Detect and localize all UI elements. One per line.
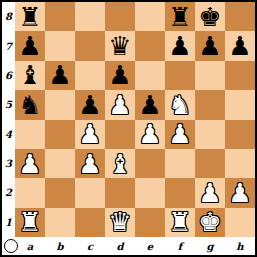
rank-label-8: 8 [2,2,15,31]
square-e2[interactable] [135,178,165,207]
square-g2[interactable]: ♟ [195,178,225,207]
rank-label-6: 6 [2,61,15,90]
file-label-h: h [225,237,255,255]
square-f4[interactable]: ♟ [165,120,195,149]
square-c8[interactable] [75,2,105,31]
white-king-piece[interactable]: ♚ [198,209,221,235]
file-label-b: b [45,237,75,255]
black-queen-piece[interactable]: ♛ [108,33,131,59]
rank-label-7: 7 [2,31,15,60]
file-label-f: f [165,237,195,255]
square-e4[interactable]: ♟ [135,120,165,149]
square-g5[interactable] [195,90,225,119]
rank-label-4: 4 [2,120,15,149]
square-f8[interactable]: ♜ [165,2,195,31]
square-h6[interactable] [225,61,255,90]
file-label-g: g [195,237,225,255]
square-f5[interactable]: ♞ [165,90,195,119]
square-a1[interactable]: ♜ [15,208,45,237]
square-h5[interactable] [225,90,255,119]
white-bishop-piece[interactable]: ♝ [108,151,131,177]
square-c4[interactable]: ♟ [75,120,105,149]
square-e7[interactable] [135,31,165,60]
square-g3[interactable] [195,149,225,178]
square-f3[interactable] [165,149,195,178]
rank-label-3: 3 [2,149,15,178]
square-g6[interactable] [195,61,225,90]
square-g4[interactable] [195,120,225,149]
square-h2[interactable]: ♟ [225,178,255,207]
square-b6[interactable]: ♟ [45,61,75,90]
white-pawn-piece[interactable]: ♟ [78,121,101,147]
white-rook-piece[interactable]: ♜ [168,209,191,235]
rank-label-5: 5 [2,90,15,119]
file-label-d: d [105,237,135,255]
square-b1[interactable] [45,208,75,237]
square-c7[interactable] [75,31,105,60]
white-pawn-piece[interactable]: ♟ [168,121,191,147]
rank-label-1: 1 [2,208,15,237]
white-pawn-piece[interactable]: ♟ [18,151,41,177]
white-pawn-piece[interactable]: ♟ [138,121,161,147]
square-d4[interactable] [105,120,135,149]
square-f2[interactable] [165,178,195,207]
white-pawn-piece[interactable]: ♟ [78,151,101,177]
square-e8[interactable] [135,2,165,31]
black-rook-piece[interactable]: ♜ [18,4,41,30]
square-b7[interactable] [45,31,75,60]
square-a6[interactable]: ♝ [15,61,45,90]
chess-board[interactable]: ♜♜♚♟♛♟♟♟♝♟♟♞♟♟♟♞♟♟♟♟♟♝♟♟♜♛♜♚ [15,2,255,237]
square-a4[interactable] [15,120,45,149]
file-labels: abcdefgh [15,237,255,255]
black-rook-piece[interactable]: ♜ [168,4,191,30]
square-f7[interactable]: ♟ [165,31,195,60]
square-h7[interactable]: ♟ [225,31,255,60]
square-e1[interactable] [135,208,165,237]
square-h4[interactable] [225,120,255,149]
square-d5[interactable]: ♟ [105,90,135,119]
black-bishop-piece[interactable]: ♝ [18,62,41,88]
black-knight-piece[interactable]: ♞ [18,92,41,118]
rank-labels: 87654321 [2,2,15,237]
file-label-a: a [15,237,45,255]
square-e5[interactable]: ♟ [135,90,165,119]
square-g1[interactable]: ♚ [195,208,225,237]
square-f6[interactable] [165,61,195,90]
black-pawn-piece[interactable]: ♟ [48,62,71,88]
file-label-e: e [135,237,165,255]
square-c3[interactable]: ♟ [75,149,105,178]
square-h3[interactable] [225,149,255,178]
black-pawn-piece[interactable]: ♟ [18,33,41,59]
file-label-c: c [75,237,105,255]
square-c6[interactable] [75,61,105,90]
square-d8[interactable] [105,2,135,31]
square-c5[interactable]: ♟ [75,90,105,119]
black-pawn-piece[interactable]: ♟ [78,92,101,118]
square-b8[interactable] [45,2,75,31]
square-g8[interactable]: ♚ [195,2,225,31]
square-e3[interactable] [135,149,165,178]
white-to-move-indicator [4,239,18,253]
white-knight-piece[interactable]: ♞ [168,92,191,118]
square-d6[interactable]: ♟ [105,61,135,90]
square-d2[interactable] [105,178,135,207]
square-a7[interactable]: ♟ [15,31,45,60]
black-pawn-piece[interactable]: ♟ [138,92,161,118]
black-pawn-piece[interactable]: ♟ [198,33,221,59]
white-queen-piece[interactable]: ♛ [108,209,131,235]
square-h8[interactable] [225,2,255,31]
square-d7[interactable]: ♛ [105,31,135,60]
square-c2[interactable] [75,178,105,207]
white-pawn-piece[interactable]: ♟ [198,180,221,206]
square-g7[interactable]: ♟ [195,31,225,60]
square-b3[interactable] [45,149,75,178]
square-d1[interactable]: ♛ [105,208,135,237]
square-b2[interactable] [45,178,75,207]
square-e6[interactable] [135,61,165,90]
square-h1[interactable] [225,208,255,237]
black-pawn-piece[interactable]: ♟ [168,33,191,59]
black-pawn-piece[interactable]: ♟ [108,62,131,88]
square-d3[interactable]: ♝ [105,149,135,178]
square-b4[interactable] [45,120,75,149]
black-pawn-piece[interactable]: ♟ [228,33,251,59]
black-king-piece[interactable]: ♚ [198,4,221,30]
square-a8[interactable]: ♜ [15,2,45,31]
square-a2[interactable] [15,178,45,207]
rank-label-2: 2 [2,178,15,207]
square-f1[interactable]: ♜ [165,208,195,237]
square-c1[interactable] [75,208,105,237]
white-pawn-piece[interactable]: ♟ [228,180,251,206]
square-b5[interactable] [45,90,75,119]
square-a3[interactable]: ♟ [15,149,45,178]
white-pawn-piece[interactable]: ♟ [108,92,131,118]
chess-diagram: 87654321 ♜♜♚♟♛♟♟♟♝♟♟♞♟♟♟♞♟♟♟♟♟♝♟♟♜♛♜♚ ab… [0,0,257,257]
white-rook-piece[interactable]: ♜ [18,209,41,235]
square-a5[interactable]: ♞ [15,90,45,119]
